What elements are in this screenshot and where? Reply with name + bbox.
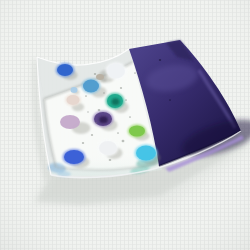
glass-speck	[82, 142, 84, 144]
photo-glass-plate	[0, 0, 250, 250]
glass-speck	[120, 87, 122, 89]
glass-speck	[95, 122, 97, 124]
glass-speck	[129, 116, 131, 118]
glass-speck	[94, 73, 96, 75]
glass-speck	[117, 132, 119, 134]
glass-plate-scene	[0, 0, 250, 250]
glass-speck	[122, 140, 125, 142]
glass-speck	[85, 95, 87, 97]
glass-speck	[159, 59, 161, 61]
glass-speck	[169, 99, 171, 101]
glass-speck	[134, 72, 136, 74]
glass-speck	[98, 109, 101, 111]
glass-speck	[125, 99, 127, 101]
glass-speck	[91, 134, 93, 136]
glass-speck	[87, 111, 89, 112]
glass-speck	[109, 159, 112, 161]
glass-speck	[103, 92, 105, 94]
